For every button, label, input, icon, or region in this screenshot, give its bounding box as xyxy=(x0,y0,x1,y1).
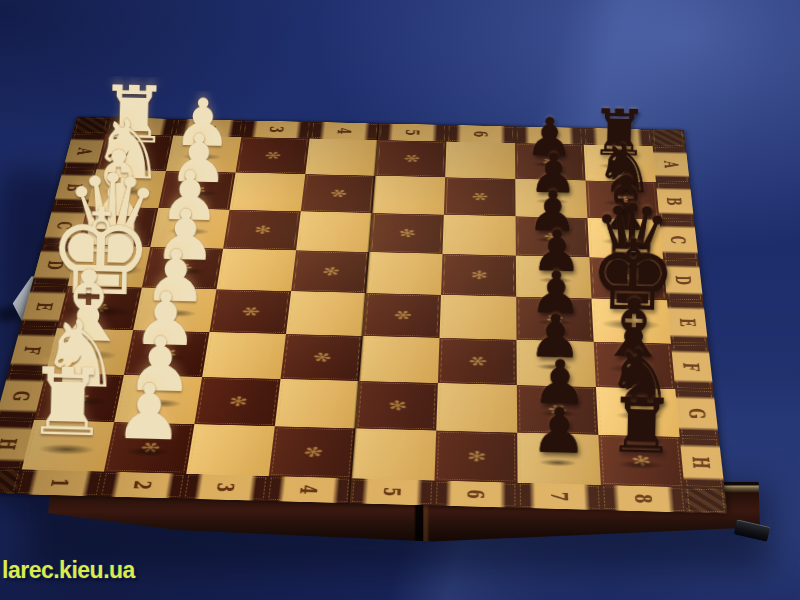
square-a1[interactable]: ✻ xyxy=(97,134,174,171)
rank-label-top-3: 3 xyxy=(241,120,311,138)
square-engraving: ✻ xyxy=(253,223,272,236)
rank-label-bottom-5: 5 xyxy=(350,478,435,505)
square-a7[interactable]: ✻ xyxy=(515,143,586,180)
square-engraving: ✻ xyxy=(299,443,326,462)
square-engraving: ✻ xyxy=(463,352,492,370)
square-engraving: ✻ xyxy=(467,189,494,204)
square-c5[interactable]: ✻ xyxy=(369,213,444,254)
square-g4[interactable] xyxy=(275,379,359,428)
square-engraving: ✻ xyxy=(124,145,146,159)
file-label-right-B: B xyxy=(656,182,694,220)
rank-label-bottom-7: 7 xyxy=(518,483,603,510)
square-c4[interactable] xyxy=(296,211,372,252)
square-engraving: ✻ xyxy=(399,152,423,166)
square-engraving: ✻ xyxy=(188,184,207,197)
square-a8[interactable] xyxy=(584,145,656,182)
rank-label-bottom-1: 1 xyxy=(16,469,104,496)
board-corner xyxy=(73,117,110,134)
square-b6[interactable]: ✻ xyxy=(444,177,516,216)
rank-label-top-1: 1 xyxy=(105,117,176,135)
square-engraving: ✻ xyxy=(227,393,249,409)
square-b7[interactable] xyxy=(515,179,587,218)
file-label-right-F: F xyxy=(671,344,713,390)
square-a6[interactable] xyxy=(445,142,515,179)
square-e3[interactable]: ✻ xyxy=(209,289,291,334)
square-b2[interactable]: ✻ xyxy=(158,171,235,210)
square-b3[interactable] xyxy=(229,173,305,212)
square-engraving: ✻ xyxy=(386,397,408,413)
chess-board: 12345678A✻✻✻✻AB✻✻✻✻BC✻✻✻✻CD✻✻✻✻DE✻✻✻✻EF✻… xyxy=(0,117,727,514)
board-corner xyxy=(684,487,727,513)
rank-label-bottom-3: 3 xyxy=(182,474,269,501)
square-f6[interactable]: ✻ xyxy=(438,338,517,385)
square-a3[interactable]: ✻ xyxy=(236,137,310,174)
square-d3[interactable] xyxy=(216,249,296,292)
square-h4[interactable]: ✻ xyxy=(269,426,356,478)
watermark: larec.kieu.ua xyxy=(2,557,135,584)
square-engraving: ✻ xyxy=(237,303,264,320)
square-f3[interactable] xyxy=(202,332,286,379)
file-label-right-H: H xyxy=(680,437,725,488)
rank-label-bottom-8: 8 xyxy=(601,485,687,512)
square-engraving: ✻ xyxy=(327,186,350,200)
square-b4[interactable]: ✻ xyxy=(301,174,375,213)
square-d6[interactable]: ✻ xyxy=(441,254,516,297)
square-e5[interactable]: ✻ xyxy=(363,293,441,338)
square-h3[interactable] xyxy=(186,424,275,476)
square-f5[interactable] xyxy=(359,336,439,383)
square-g5[interactable]: ✻ xyxy=(355,381,437,431)
square-g3[interactable]: ✻ xyxy=(194,377,280,426)
square-c6[interactable] xyxy=(442,215,515,256)
file-label-right-A: A xyxy=(653,146,690,183)
square-g6[interactable] xyxy=(436,383,517,433)
square-h6[interactable]: ✻ xyxy=(434,431,517,483)
board-corner xyxy=(651,129,686,146)
square-engraving: ✻ xyxy=(397,226,418,240)
rank-label-top-7: 7 xyxy=(515,126,584,144)
square-engraving: ✻ xyxy=(466,448,487,465)
rank-label-bottom-2: 2 xyxy=(99,472,186,499)
square-d5[interactable] xyxy=(366,252,442,295)
piece-black-pawn-h7[interactable]: ♟ xyxy=(530,399,588,463)
square-c3[interactable]: ✻ xyxy=(223,210,301,251)
square-a2[interactable] xyxy=(166,135,241,172)
square-engraving: ✻ xyxy=(319,264,342,279)
square-e6[interactable] xyxy=(439,295,516,340)
square-engraving: ✻ xyxy=(470,268,488,282)
square-c7[interactable]: ✻ xyxy=(516,216,590,257)
square-a5[interactable]: ✻ xyxy=(375,140,446,177)
square-engraving: ✻ xyxy=(389,307,416,324)
piece-white-pawn-h2[interactable]: ♟ xyxy=(113,373,184,452)
square-engraving: ✻ xyxy=(260,148,285,162)
board-corner xyxy=(0,468,22,494)
square-a4[interactable] xyxy=(305,138,378,175)
square-b5[interactable] xyxy=(372,176,445,215)
rank-label-bottom-6: 6 xyxy=(434,481,518,508)
square-e4[interactable] xyxy=(286,291,366,336)
square-f4[interactable]: ✻ xyxy=(281,334,363,381)
square-engraving: ✻ xyxy=(540,155,560,168)
square-h5[interactable] xyxy=(352,428,437,480)
square-b8[interactable]: ✻ xyxy=(586,181,660,220)
file-label-right-G: G xyxy=(675,389,719,438)
rank-label-top-6: 6 xyxy=(446,125,515,143)
rank-label-top-8: 8 xyxy=(583,128,653,146)
square-d4[interactable]: ✻ xyxy=(291,250,369,293)
piece-black-rook-h8[interactable]: ♜ xyxy=(606,388,675,465)
rank-label-top-4: 4 xyxy=(310,122,380,140)
rank-label-top-5: 5 xyxy=(378,123,447,141)
square-engraving: ✻ xyxy=(310,349,335,366)
rank-label-bottom-4: 4 xyxy=(266,476,352,503)
square-engraving: ✻ xyxy=(610,193,634,208)
square-engraving: ✻ xyxy=(540,229,565,244)
piece-white-rook-h1[interactable]: ♜ xyxy=(25,356,110,451)
photo-scene: 12345678A✻✻✻✻AB✻✻✻✻BC✻✻✻✻CD✻✻✻✻DE✻✻✻✻EF✻… xyxy=(0,0,800,600)
rank-label-top-2: 2 xyxy=(173,119,244,137)
